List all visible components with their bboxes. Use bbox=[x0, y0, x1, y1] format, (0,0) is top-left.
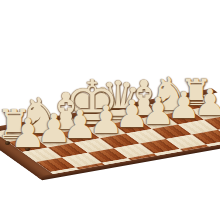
chess-set-photo: ♟♟♟♟♟♟♟♟♜♞♝♛♚♝♞♜ bbox=[0, 0, 220, 220]
piece-white-pawn[interactable]: ♟ bbox=[10, 114, 46, 154]
piece-layer: ♟♟♟♟♟♟♟♟♜♞♝♛♚♝♞♜ bbox=[0, 0, 220, 220]
